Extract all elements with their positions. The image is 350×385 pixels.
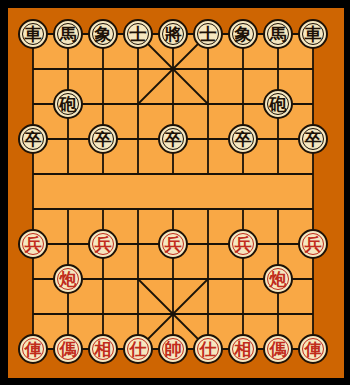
piece-red-advisor[interactable]: 仕 <box>193 334 223 364</box>
piece-glyph: 砲 <box>270 95 287 112</box>
piece-glyph: 仕 <box>130 340 147 357</box>
piece-black-soldier[interactable]: 卒 <box>298 124 328 154</box>
piece-red-soldier[interactable]: 兵 <box>88 229 118 259</box>
piece-glyph: 俥 <box>25 340 42 357</box>
piece-black-cannon[interactable]: 砲 <box>53 89 83 119</box>
piece-black-general[interactable]: 將 <box>158 19 188 49</box>
piece-red-horse[interactable]: 傌 <box>53 334 83 364</box>
piece-black-soldier[interactable]: 卒 <box>18 124 48 154</box>
piece-black-horse[interactable]: 馬 <box>263 19 293 49</box>
piece-glyph: 象 <box>235 25 252 42</box>
xiangqi-board: 車馬象士將士象馬車砲砲卒卒卒卒卒兵兵兵兵兵炮炮俥傌相仕帥仕相傌俥 <box>0 0 350 385</box>
piece-black-advisor[interactable]: 士 <box>123 19 153 49</box>
piece-red-chariot[interactable]: 俥 <box>18 334 48 364</box>
piece-red-horse[interactable]: 傌 <box>263 334 293 364</box>
piece-glyph: 士 <box>200 25 217 42</box>
piece-glyph: 卒 <box>25 130 42 147</box>
piece-black-horse[interactable]: 馬 <box>53 19 83 49</box>
piece-red-soldier[interactable]: 兵 <box>298 229 328 259</box>
piece-red-elephant[interactable]: 相 <box>88 334 118 364</box>
piece-glyph: 兵 <box>305 235 322 252</box>
piece-glyph: 炮 <box>270 270 287 287</box>
piece-red-elephant[interactable]: 相 <box>228 334 258 364</box>
piece-red-chariot[interactable]: 俥 <box>298 334 328 364</box>
piece-red-soldier[interactable]: 兵 <box>18 229 48 259</box>
piece-glyph: 砲 <box>60 95 77 112</box>
piece-glyph: 象 <box>95 25 112 42</box>
piece-glyph: 車 <box>25 25 42 42</box>
piece-glyph: 兵 <box>95 235 112 252</box>
piece-black-soldier[interactable]: 卒 <box>158 124 188 154</box>
piece-glyph: 卒 <box>305 130 322 147</box>
pieces-layer: 車馬象士將士象馬車砲砲卒卒卒卒卒兵兵兵兵兵炮炮俥傌相仕帥仕相傌俥 <box>0 0 350 385</box>
piece-red-advisor[interactable]: 仕 <box>123 334 153 364</box>
piece-black-soldier[interactable]: 卒 <box>88 124 118 154</box>
piece-red-soldier[interactable]: 兵 <box>158 229 188 259</box>
piece-glyph: 兵 <box>235 235 252 252</box>
piece-red-cannon[interactable]: 炮 <box>263 264 293 294</box>
piece-glyph: 卒 <box>235 130 252 147</box>
piece-glyph: 仕 <box>200 340 217 357</box>
piece-glyph: 卒 <box>165 130 182 147</box>
piece-red-general[interactable]: 帥 <box>158 334 188 364</box>
piece-glyph: 車 <box>305 25 322 42</box>
piece-glyph: 俥 <box>305 340 322 357</box>
piece-black-soldier[interactable]: 卒 <box>228 124 258 154</box>
piece-black-advisor[interactable]: 士 <box>193 19 223 49</box>
piece-red-soldier[interactable]: 兵 <box>228 229 258 259</box>
piece-glyph: 將 <box>165 25 182 42</box>
piece-black-elephant[interactable]: 象 <box>228 19 258 49</box>
piece-glyph: 卒 <box>95 130 112 147</box>
piece-glyph: 士 <box>130 25 147 42</box>
piece-glyph: 帥 <box>165 340 182 357</box>
piece-black-cannon[interactable]: 砲 <box>263 89 293 119</box>
piece-glyph: 兵 <box>165 235 182 252</box>
piece-glyph: 兵 <box>25 235 42 252</box>
piece-glyph: 傌 <box>270 340 287 357</box>
piece-glyph: 炮 <box>60 270 77 287</box>
piece-glyph: 馬 <box>270 25 287 42</box>
piece-glyph: 相 <box>235 340 252 357</box>
piece-black-chariot[interactable]: 車 <box>298 19 328 49</box>
piece-glyph: 馬 <box>60 25 77 42</box>
piece-red-cannon[interactable]: 炮 <box>53 264 83 294</box>
piece-black-elephant[interactable]: 象 <box>88 19 118 49</box>
piece-black-chariot[interactable]: 車 <box>18 19 48 49</box>
piece-glyph: 相 <box>95 340 112 357</box>
piece-glyph: 傌 <box>60 340 77 357</box>
